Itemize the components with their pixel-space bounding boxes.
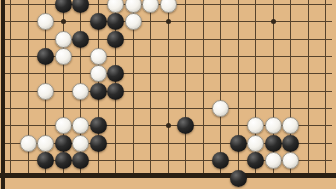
black-stone — [282, 135, 299, 152]
black-stone — [72, 0, 89, 13]
hoshi-point — [271, 19, 276, 24]
black-stone — [55, 152, 72, 169]
white-stone — [55, 31, 72, 48]
go-board-screenshot — [0, 0, 336, 189]
black-stone — [72, 152, 89, 169]
black-stone — [37, 152, 54, 169]
grid-line-vertical — [150, 0, 151, 174]
grid-line-vertical — [185, 0, 186, 174]
grid-line-horizontal — [3, 73, 332, 74]
white-stone — [212, 100, 229, 117]
black-stone — [90, 83, 107, 100]
grid-line-vertical — [325, 0, 326, 174]
hoshi-point — [166, 19, 171, 24]
black-stone — [230, 170, 247, 187]
grid-line-vertical — [168, 0, 169, 174]
white-stone — [55, 48, 72, 65]
board-edge-left — [1, 0, 5, 189]
grid-line-vertical — [203, 0, 204, 174]
white-stone — [90, 48, 107, 65]
black-stone — [107, 13, 124, 30]
white-stone — [90, 65, 107, 82]
white-stone — [265, 152, 282, 169]
black-stone — [247, 152, 264, 169]
white-stone — [265, 117, 282, 134]
black-stone — [107, 83, 124, 100]
white-stone — [247, 135, 264, 152]
white-stone — [247, 117, 264, 134]
white-stone — [37, 83, 54, 100]
black-stone — [55, 0, 72, 13]
white-stone — [72, 117, 89, 134]
hoshi-point — [166, 123, 171, 128]
white-stone — [55, 117, 72, 134]
board-edge-bottom — [0, 173, 336, 178]
grid-line-vertical — [220, 0, 221, 174]
black-stone — [265, 135, 282, 152]
black-stone — [177, 117, 194, 134]
white-stone — [37, 13, 54, 30]
black-stone — [90, 13, 107, 30]
white-stone — [142, 0, 159, 13]
black-stone — [37, 48, 54, 65]
black-stone — [72, 31, 89, 48]
white-stone — [125, 0, 142, 13]
white-stone — [107, 0, 124, 13]
white-stone — [20, 135, 37, 152]
white-stone — [282, 117, 299, 134]
grid-line-vertical — [308, 0, 309, 174]
grid-line-vertical — [10, 0, 11, 174]
white-stone — [72, 83, 89, 100]
black-stone — [107, 65, 124, 82]
grid-line-horizontal — [3, 108, 332, 109]
white-stone — [72, 135, 89, 152]
white-stone — [282, 152, 299, 169]
black-stone — [107, 31, 124, 48]
go-board[interactable] — [0, 0, 336, 189]
black-stone — [90, 117, 107, 134]
white-stone — [37, 135, 54, 152]
white-stone — [160, 0, 177, 13]
black-stone — [55, 135, 72, 152]
black-stone — [212, 152, 229, 169]
black-stone — [230, 135, 247, 152]
black-stone — [90, 135, 107, 152]
grid-line-horizontal — [3, 39, 332, 40]
hoshi-point — [61, 19, 66, 24]
white-stone — [125, 13, 142, 30]
